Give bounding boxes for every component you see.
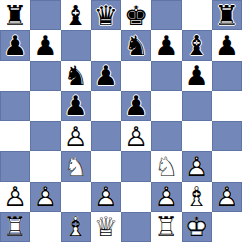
square-e4[interactable]: ♟♙ (121, 121, 151, 151)
square-h2[interactable]: ♟♙ (212, 182, 242, 212)
square-g3[interactable]: ♟♙ (182, 151, 212, 181)
square-a5[interactable] (0, 91, 30, 121)
square-d2[interactable]: ♟♙ (91, 182, 121, 212)
square-c5[interactable]: ♟ (61, 91, 91, 121)
square-f2[interactable]: ♟♙ (151, 182, 181, 212)
square-b5[interactable] (30, 91, 60, 121)
square-g4[interactable] (182, 121, 212, 151)
square-f7[interactable]: ♟ (151, 30, 181, 60)
square-g2[interactable]: ♝♗ (182, 182, 212, 212)
square-b2[interactable]: ♟♙ (30, 182, 60, 212)
black-pawn-piece: ♟ (121, 91, 151, 121)
square-a6[interactable] (0, 61, 30, 91)
black-pawn-piece: ♟ (151, 30, 181, 60)
square-c4[interactable]: ♟♙ (61, 121, 91, 151)
white-pawn-piece: ♙ (61, 121, 91, 151)
white-pawn-piece: ♙ (151, 182, 181, 212)
black-king-piece: ♚ (121, 0, 151, 30)
square-h1[interactable] (212, 212, 242, 242)
square-h5[interactable] (212, 91, 242, 121)
square-d5[interactable] (91, 91, 121, 121)
square-h3[interactable] (212, 151, 242, 181)
white-bishop-piece: ♗ (61, 212, 91, 242)
white-queen-piece: ♕ (91, 212, 121, 242)
square-d4[interactable] (91, 121, 121, 151)
square-b8[interactable] (30, 0, 60, 30)
square-a4[interactable] (0, 121, 30, 151)
square-e8[interactable]: ♚ (121, 0, 151, 30)
square-e2[interactable] (121, 182, 151, 212)
white-pawn-piece: ♙ (91, 182, 121, 212)
square-a8[interactable]: ♜ (0, 0, 30, 30)
black-pawn-piece: ♟ (182, 61, 212, 91)
square-b6[interactable] (30, 61, 60, 91)
square-f5[interactable] (151, 91, 181, 121)
white-pawn-piece: ♙ (121, 121, 151, 151)
square-d1[interactable]: ♛♕ (91, 212, 121, 242)
square-f3[interactable]: ♞♘ (151, 151, 181, 181)
square-e6[interactable] (121, 61, 151, 91)
square-f6[interactable] (151, 61, 181, 91)
black-bishop-piece: ♝ (182, 30, 212, 60)
square-c8[interactable]: ♝ (61, 0, 91, 30)
black-pawn-piece: ♟ (91, 61, 121, 91)
square-g1[interactable]: ♚♔ (182, 212, 212, 242)
black-knight-piece: ♞ (121, 30, 151, 60)
square-f1[interactable]: ♜♖ (151, 212, 181, 242)
square-d3[interactable] (91, 151, 121, 181)
square-b7[interactable]: ♟ (30, 30, 60, 60)
square-a1[interactable]: ♜♖ (0, 212, 30, 242)
black-knight-piece: ♞ (61, 61, 91, 91)
square-c1[interactable]: ♝♗ (61, 212, 91, 242)
square-b3[interactable] (30, 151, 60, 181)
square-g5[interactable] (182, 91, 212, 121)
square-h7[interactable]: ♟ (212, 30, 242, 60)
square-e3[interactable] (121, 151, 151, 181)
white-pawn-piece: ♙ (212, 182, 242, 212)
square-d8[interactable]: ♛ (91, 0, 121, 30)
square-e7[interactable]: ♞ (121, 30, 151, 60)
square-c6[interactable]: ♞ (61, 61, 91, 91)
white-knight-piece: ♘ (61, 151, 91, 181)
black-rook-piece: ♜ (0, 0, 30, 30)
black-queen-piece: ♛ (91, 0, 121, 30)
square-g8[interactable] (182, 0, 212, 30)
black-pawn-piece: ♟ (61, 91, 91, 121)
square-g7[interactable]: ♝ (182, 30, 212, 60)
square-e5[interactable]: ♟ (121, 91, 151, 121)
white-pawn-piece: ♙ (30, 182, 60, 212)
square-c3[interactable]: ♞♘ (61, 151, 91, 181)
black-pawn-piece: ♟ (0, 30, 30, 60)
black-bishop-piece: ♝ (61, 0, 91, 30)
white-bishop-piece: ♗ (182, 182, 212, 212)
chess-board: ♜♝♛♚♜♟♟♞♟♝♟♞♟♟♟♟♟♙♟♙♞♘♞♘♟♙♟♙♟♙♟♙♟♙♝♗♟♙♜♖… (0, 0, 242, 242)
black-rook-piece: ♜ (212, 0, 242, 30)
square-c7[interactable] (61, 30, 91, 60)
black-pawn-piece: ♟ (212, 30, 242, 60)
square-h8[interactable]: ♜ (212, 0, 242, 30)
white-pawn-piece: ♙ (0, 182, 30, 212)
square-b1[interactable] (30, 212, 60, 242)
square-d6[interactable]: ♟ (91, 61, 121, 91)
square-f8[interactable] (151, 0, 181, 30)
white-pawn-piece: ♙ (182, 151, 212, 181)
square-b4[interactable] (30, 121, 60, 151)
square-c2[interactable] (61, 182, 91, 212)
square-h6[interactable] (212, 61, 242, 91)
white-rook-piece: ♖ (151, 212, 181, 242)
square-g6[interactable]: ♟ (182, 61, 212, 91)
square-e1[interactable] (121, 212, 151, 242)
square-f4[interactable] (151, 121, 181, 151)
black-pawn-piece: ♟ (30, 30, 60, 60)
white-rook-piece: ♖ (0, 212, 30, 242)
square-d7[interactable] (91, 30, 121, 60)
square-a2[interactable]: ♟♙ (0, 182, 30, 212)
square-h4[interactable] (212, 121, 242, 151)
white-king-piece: ♔ (182, 212, 212, 242)
square-a3[interactable] (0, 151, 30, 181)
square-a7[interactable]: ♟ (0, 30, 30, 60)
white-knight-piece: ♘ (151, 151, 181, 181)
